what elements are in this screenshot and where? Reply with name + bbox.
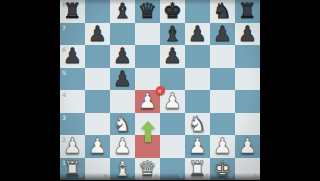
- square-h2[interactable]: ♟: [235, 135, 260, 158]
- square-h5[interactable]: [235, 68, 260, 91]
- square-d3[interactable]: [135, 113, 160, 136]
- square-c3[interactable]: ♞: [110, 113, 135, 136]
- square-a8[interactable]: 8♜: [60, 0, 85, 23]
- square-b7[interactable]: ♟: [85, 23, 110, 46]
- square-h8[interactable]: ♜: [235, 0, 260, 23]
- square-h6[interactable]: [235, 45, 260, 68]
- piece-white-pawn[interactable]: ♟: [110, 135, 135, 158]
- square-a2[interactable]: 2♟: [60, 135, 85, 158]
- file-label-f: f: [205, 172, 208, 179]
- mistake-badge-icon: ✕: [156, 86, 165, 95]
- square-d8[interactable]: ♛: [135, 0, 160, 23]
- piece-black-queen[interactable]: ♛: [135, 0, 160, 23]
- file-label-e: e: [179, 172, 183, 179]
- rank-label-2: 2: [62, 136, 66, 143]
- square-c5[interactable]: ♟: [110, 68, 135, 91]
- square-d1[interactable]: d♛: [135, 158, 160, 181]
- square-d7[interactable]: [135, 23, 160, 46]
- square-e8[interactable]: ♚: [160, 0, 185, 23]
- square-f6[interactable]: [185, 45, 210, 68]
- arrow-stem: [145, 129, 151, 142]
- square-b5[interactable]: [85, 68, 110, 91]
- square-c7[interactable]: [110, 23, 135, 46]
- square-g8[interactable]: ♞: [210, 0, 235, 23]
- square-a6[interactable]: 6♟: [60, 45, 85, 68]
- piece-white-pawn[interactable]: ♟: [210, 135, 235, 158]
- square-c2[interactable]: ♟: [110, 135, 135, 158]
- square-b2[interactable]: ♟: [85, 135, 110, 158]
- square-g6[interactable]: [210, 45, 235, 68]
- square-f4[interactable]: [185, 90, 210, 113]
- square-a4[interactable]: 4: [60, 90, 85, 113]
- piece-black-pawn[interactable]: ♟: [110, 45, 135, 68]
- square-h4[interactable]: [235, 90, 260, 113]
- piece-black-pawn[interactable]: ♟: [210, 23, 235, 46]
- square-g7[interactable]: ♟: [210, 23, 235, 46]
- square-d6[interactable]: [135, 45, 160, 68]
- square-g1[interactable]: g♚: [210, 158, 235, 181]
- square-c6[interactable]: ♟: [110, 45, 135, 68]
- square-b3[interactable]: [85, 113, 110, 136]
- video-frame: 8♜♝♛♚♞♜7♟♝♟♟♟6♟♟♟5♟4♟✕♟3♞♞2♟♟♟♟♟♟1a♜bc♝d…: [0, 0, 320, 180]
- square-e3[interactable]: [160, 113, 185, 136]
- square-c4[interactable]: [110, 90, 135, 113]
- piece-black-pawn[interactable]: ♟: [85, 23, 110, 46]
- rank-label-3: 3: [62, 114, 66, 121]
- square-g2[interactable]: ♟: [210, 135, 235, 158]
- square-h1[interactable]: h: [235, 158, 260, 181]
- piece-white-knight[interactable]: ♞: [185, 113, 210, 136]
- square-b1[interactable]: b: [85, 158, 110, 181]
- square-e6[interactable]: ♟: [160, 45, 185, 68]
- file-label-h: h: [254, 172, 258, 179]
- square-c8[interactable]: ♝: [110, 0, 135, 23]
- piece-black-knight[interactable]: ♞: [210, 0, 235, 23]
- piece-white-pawn[interactable]: ♟: [85, 135, 110, 158]
- file-label-g: g: [229, 172, 233, 179]
- square-f3[interactable]: ♞: [185, 113, 210, 136]
- piece-white-knight[interactable]: ♞: [110, 113, 135, 136]
- square-h7[interactable]: ♟: [235, 23, 260, 46]
- square-f7[interactable]: ♟: [185, 23, 210, 46]
- file-label-c: c: [129, 172, 133, 179]
- file-label-a: a: [79, 172, 83, 179]
- rank-label-6: 6: [62, 46, 66, 53]
- square-b6[interactable]: [85, 45, 110, 68]
- square-b4[interactable]: [85, 90, 110, 113]
- piece-black-rook[interactable]: ♜: [235, 0, 260, 23]
- piece-black-king[interactable]: ♚: [160, 0, 185, 23]
- piece-black-pawn[interactable]: ♟: [235, 23, 260, 46]
- square-a5[interactable]: 5: [60, 68, 85, 91]
- square-a7[interactable]: 7: [60, 23, 85, 46]
- square-h3[interactable]: [235, 113, 260, 136]
- square-a3[interactable]: 3: [60, 113, 85, 136]
- x-icon: ✕: [158, 86, 162, 94]
- square-a1[interactable]: 1a♜: [60, 158, 85, 181]
- square-g4[interactable]: [210, 90, 235, 113]
- rank-label-1: 1: [62, 159, 66, 166]
- piece-black-pawn[interactable]: ♟: [160, 45, 185, 68]
- square-e7[interactable]: ♝: [160, 23, 185, 46]
- square-c1[interactable]: c♝: [110, 158, 135, 181]
- piece-black-pawn[interactable]: ♟: [185, 23, 210, 46]
- file-label-b: b: [104, 172, 108, 179]
- rank-label-7: 7: [62, 24, 66, 31]
- piece-white-pawn[interactable]: ♟: [185, 135, 210, 158]
- rank-label-4: 4: [62, 91, 66, 98]
- square-e2[interactable]: [160, 135, 185, 158]
- file-label-d: d: [154, 172, 158, 179]
- piece-black-bishop[interactable]: ♝: [110, 0, 135, 23]
- square-f1[interactable]: f♜: [185, 158, 210, 181]
- rank-label-5: 5: [62, 69, 66, 76]
- square-f2[interactable]: ♟: [185, 135, 210, 158]
- piece-black-bishop[interactable]: ♝: [160, 23, 185, 46]
- suggestion-arrow-up-icon: [141, 121, 155, 142]
- square-f5[interactable]: [185, 68, 210, 91]
- square-g3[interactable]: [210, 113, 235, 136]
- square-d4[interactable]: ♟✕: [135, 90, 160, 113]
- square-f8[interactable]: [185, 0, 210, 23]
- chess-board[interactable]: 8♜♝♛♚♞♜7♟♝♟♟♟6♟♟♟5♟4♟✕♟3♞♞2♟♟♟♟♟♟1a♜bc♝d…: [60, 0, 260, 180]
- piece-black-pawn[interactable]: ♟: [110, 68, 135, 91]
- square-b8[interactable]: [85, 0, 110, 23]
- rank-label-8: 8: [62, 1, 66, 8]
- square-g5[interactable]: [210, 68, 235, 91]
- piece-white-pawn[interactable]: ♟: [235, 135, 260, 158]
- arrow-head: [141, 121, 155, 129]
- square-e1[interactable]: e: [160, 158, 185, 181]
